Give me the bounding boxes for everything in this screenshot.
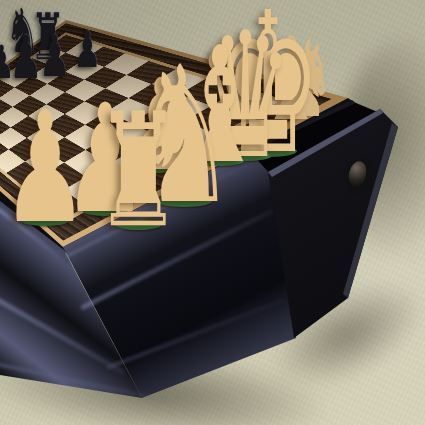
black-pawn-glyph: ♟ — [0, 46, 15, 78]
piece-black-pawn-4[interactable]: ♟ — [0, 46, 26, 78]
white-rook-glyph: ♜ — [94, 116, 181, 226]
piece-white-rook[interactable]: ♜ — [56, 116, 221, 226]
photo-scene: ♞♜♟♟♟♟♞♝♚♛♝♟♞♟♟♜ — [0, 0, 425, 425]
pieces-layer: ♞♜♟♟♟♟♞♝♚♛♝♟♞♟♟♜ — [0, 0, 425, 425]
